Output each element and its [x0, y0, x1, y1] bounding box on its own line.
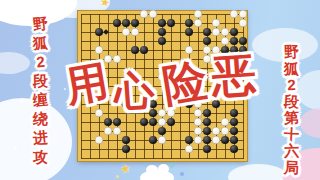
- title-char: 心: [113, 71, 156, 114]
- caption-char: 野: [283, 44, 299, 60]
- caption-char: 段: [32, 73, 47, 88]
- caption-char: 野: [32, 15, 48, 31]
- hand-decoration: [146, 165, 158, 175]
- caption-char: 绕: [32, 111, 47, 126]
- white-stone: [239, 10, 247, 18]
- pink-cloud: [300, 108, 320, 138]
- caption-char: 局: [283, 159, 299, 175]
- video-thumbnail: ★ ★ ✦ 用心险恶 野狐2段缠绕进攻 野狐2段第十六局: [0, 0, 320, 180]
- caption-char: 2: [283, 77, 299, 93]
- sparkle-dot: [20, 100, 23, 103]
- cloud: [296, 70, 320, 110]
- cloud: [0, 52, 30, 74]
- sparkle-dot: [180, 172, 184, 176]
- title-char: 险: [160, 59, 210, 109]
- caption-char: 进: [32, 129, 48, 145]
- caption-char: 第: [283, 110, 299, 126]
- star-icon: ★: [119, 162, 132, 176]
- title-char: 用: [63, 60, 112, 109]
- title-char: 恶: [211, 54, 258, 101]
- sparkle-dot: [116, 175, 119, 178]
- caption-char: 六: [283, 143, 299, 159]
- hand-decoration: [158, 164, 169, 174]
- caption-char: 2: [32, 53, 48, 69]
- caption-char: 攻: [32, 149, 47, 164]
- caption-char: 十: [283, 126, 299, 142]
- caption-char: 狐: [283, 60, 299, 76]
- cloud: [228, 164, 288, 180]
- sparkle-dot: [14, 146, 17, 149]
- caption-char: 缠: [32, 91, 48, 107]
- white-stone: [239, 19, 247, 27]
- sparkle-icon: ✦: [168, 162, 176, 171]
- caption-char: 段: [283, 93, 299, 109]
- caption-char: 狐: [32, 35, 47, 50]
- black-stone: [239, 37, 247, 45]
